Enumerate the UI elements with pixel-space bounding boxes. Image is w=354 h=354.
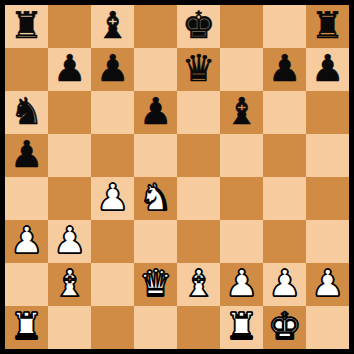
- square-a7[interactable]: [5, 48, 48, 91]
- square-c7[interactable]: ♟: [91, 48, 134, 91]
- square-f4[interactable]: [220, 177, 263, 220]
- square-d3[interactable]: [134, 220, 177, 263]
- piece-white-pawn[interactable]: ♟: [225, 265, 258, 302]
- square-g1[interactable]: ♚: [263, 306, 306, 349]
- square-h1[interactable]: [306, 306, 349, 349]
- piece-black-bishop[interactable]: ♝: [225, 93, 258, 130]
- square-e5[interactable]: [177, 134, 220, 177]
- piece-black-pawn[interactable]: ♟: [139, 93, 172, 130]
- square-e7[interactable]: ♛: [177, 48, 220, 91]
- piece-white-rook[interactable]: ♜: [10, 308, 43, 345]
- square-g7[interactable]: ♟: [263, 48, 306, 91]
- square-e8[interactable]: ♚: [177, 5, 220, 48]
- square-g3[interactable]: [263, 220, 306, 263]
- square-b1[interactable]: [48, 306, 91, 349]
- square-f3[interactable]: [220, 220, 263, 263]
- square-h6[interactable]: [306, 91, 349, 134]
- square-c4[interactable]: ♟: [91, 177, 134, 220]
- square-d4[interactable]: ♞: [134, 177, 177, 220]
- square-e6[interactable]: [177, 91, 220, 134]
- piece-white-bishop[interactable]: ♝: [53, 265, 86, 302]
- square-a6[interactable]: ♞: [5, 91, 48, 134]
- square-c5[interactable]: [91, 134, 134, 177]
- piece-black-pawn[interactable]: ♟: [268, 50, 301, 87]
- piece-black-king[interactable]: ♚: [182, 7, 215, 44]
- square-g8[interactable]: [263, 5, 306, 48]
- piece-black-queen[interactable]: ♛: [182, 50, 215, 87]
- square-f2[interactable]: ♟: [220, 263, 263, 306]
- chess-board: ♜♝♚♜♟♟♛♟♟♞♟♝♟♟♞♟♟♝♛♝♟♟♟♜♜♚: [0, 0, 354, 354]
- square-b3[interactable]: ♟: [48, 220, 91, 263]
- piece-black-pawn[interactable]: ♟: [311, 50, 344, 87]
- square-h8[interactable]: ♜: [306, 5, 349, 48]
- square-c1[interactable]: [91, 306, 134, 349]
- square-h2[interactable]: ♟: [306, 263, 349, 306]
- square-a8[interactable]: ♜: [5, 5, 48, 48]
- piece-white-pawn[interactable]: ♟: [10, 222, 43, 259]
- piece-white-king[interactable]: ♚: [268, 308, 301, 345]
- board-frame: ♜♝♚♜♟♟♛♟♟♞♟♝♟♟♞♟♟♝♛♝♟♟♟♜♜♚: [0, 0, 354, 354]
- square-b8[interactable]: [48, 5, 91, 48]
- piece-black-bishop[interactable]: ♝: [96, 7, 129, 44]
- square-c6[interactable]: [91, 91, 134, 134]
- square-h7[interactable]: ♟: [306, 48, 349, 91]
- square-f6[interactable]: ♝: [220, 91, 263, 134]
- piece-white-pawn[interactable]: ♟: [53, 222, 86, 259]
- piece-white-pawn[interactable]: ♟: [96, 179, 129, 216]
- square-g6[interactable]: [263, 91, 306, 134]
- square-e3[interactable]: [177, 220, 220, 263]
- square-d6[interactable]: ♟: [134, 91, 177, 134]
- square-c8[interactable]: ♝: [91, 5, 134, 48]
- piece-white-pawn[interactable]: ♟: [311, 265, 344, 302]
- square-f8[interactable]: [220, 5, 263, 48]
- square-g5[interactable]: [263, 134, 306, 177]
- square-g2[interactable]: ♟: [263, 263, 306, 306]
- piece-white-rook[interactable]: ♜: [225, 308, 258, 345]
- square-f5[interactable]: [220, 134, 263, 177]
- square-a2[interactable]: [5, 263, 48, 306]
- square-a3[interactable]: ♟: [5, 220, 48, 263]
- square-c2[interactable]: [91, 263, 134, 306]
- piece-black-pawn[interactable]: ♟: [53, 50, 86, 87]
- square-a5[interactable]: ♟: [5, 134, 48, 177]
- piece-white-knight[interactable]: ♞: [139, 179, 172, 216]
- square-b4[interactable]: [48, 177, 91, 220]
- square-e1[interactable]: [177, 306, 220, 349]
- square-d7[interactable]: [134, 48, 177, 91]
- square-d2[interactable]: ♛: [134, 263, 177, 306]
- square-f1[interactable]: ♜: [220, 306, 263, 349]
- square-e2[interactable]: ♝: [177, 263, 220, 306]
- piece-black-rook[interactable]: ♜: [311, 7, 344, 44]
- piece-black-pawn[interactable]: ♟: [10, 136, 43, 173]
- piece-white-bishop[interactable]: ♝: [182, 265, 215, 302]
- square-c3[interactable]: [91, 220, 134, 263]
- square-d1[interactable]: [134, 306, 177, 349]
- square-e4[interactable]: [177, 177, 220, 220]
- square-b2[interactable]: ♝: [48, 263, 91, 306]
- square-d8[interactable]: [134, 5, 177, 48]
- square-b6[interactable]: [48, 91, 91, 134]
- square-h3[interactable]: [306, 220, 349, 263]
- square-b5[interactable]: [48, 134, 91, 177]
- piece-black-pawn[interactable]: ♟: [96, 50, 129, 87]
- piece-black-knight[interactable]: ♞: [10, 93, 43, 130]
- square-a4[interactable]: [5, 177, 48, 220]
- square-g4[interactable]: [263, 177, 306, 220]
- square-a1[interactable]: ♜: [5, 306, 48, 349]
- piece-white-queen[interactable]: ♛: [139, 265, 172, 302]
- square-b7[interactable]: ♟: [48, 48, 91, 91]
- square-h5[interactable]: [306, 134, 349, 177]
- piece-black-rook[interactable]: ♜: [10, 7, 43, 44]
- square-d5[interactable]: [134, 134, 177, 177]
- piece-white-pawn[interactable]: ♟: [268, 265, 301, 302]
- square-h4[interactable]: [306, 177, 349, 220]
- square-f7[interactable]: [220, 48, 263, 91]
